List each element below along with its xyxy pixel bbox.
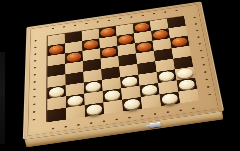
square-f7[interactable] <box>140 83 160 97</box>
square-e6[interactable] <box>120 75 139 89</box>
square-b6[interactable] <box>66 83 85 97</box>
square-g4[interactable] <box>154 48 173 61</box>
square-f8[interactable] <box>141 94 161 108</box>
white-piece-c6[interactable] <box>85 81 100 92</box>
square-a6[interactable] <box>47 85 65 99</box>
square-c8[interactable] <box>85 102 104 116</box>
square-d8[interactable] <box>103 100 123 114</box>
metal-clasp[interactable] <box>149 122 161 128</box>
white-piece-g8[interactable] <box>161 93 178 105</box>
frame-peg-dots-right <box>193 16 212 95</box>
white-piece-e8[interactable] <box>124 98 140 110</box>
white-piece-d7[interactable] <box>104 90 120 102</box>
square-d7[interactable] <box>103 88 122 102</box>
square-d6[interactable] <box>102 77 121 91</box>
square-a8[interactable] <box>47 108 66 122</box>
square-b5[interactable] <box>65 72 83 85</box>
perspective-wrapper <box>8 0 227 151</box>
square-g5[interactable] <box>155 59 175 72</box>
frame-peg-dots-left <box>32 39 37 120</box>
square-b7[interactable] <box>66 94 85 108</box>
square-h6[interactable] <box>175 67 195 81</box>
square-e4[interactable] <box>118 53 137 66</box>
square-c7[interactable] <box>84 91 103 105</box>
white-piece-h6[interactable] <box>177 68 194 79</box>
square-f5[interactable] <box>137 61 156 74</box>
white-piece-b7[interactable] <box>67 95 82 107</box>
white-piece-e6[interactable] <box>122 76 138 87</box>
checkers-board <box>23 1 224 139</box>
square-a5[interactable] <box>47 74 65 87</box>
white-piece-h7[interactable] <box>178 79 195 90</box>
white-piece-a6[interactable] <box>49 86 64 97</box>
square-h8[interactable] <box>178 89 199 103</box>
white-piece-f7[interactable] <box>141 84 157 95</box>
square-f4[interactable] <box>136 51 155 64</box>
square-h7[interactable] <box>177 78 198 92</box>
square-g8[interactable] <box>160 92 181 106</box>
white-piece-g6[interactable] <box>158 71 174 82</box>
square-d5[interactable] <box>101 66 120 79</box>
square-h5[interactable] <box>173 56 193 69</box>
square-e7[interactable] <box>121 86 141 100</box>
checkers-scene <box>0 0 240 151</box>
square-e8[interactable] <box>122 97 142 111</box>
square-a7[interactable] <box>47 96 66 110</box>
square-g6[interactable] <box>157 69 177 83</box>
square-g7[interactable] <box>158 80 178 94</box>
white-piece-c8[interactable] <box>86 104 102 116</box>
square-f6[interactable] <box>138 72 158 86</box>
square-h4[interactable] <box>172 46 192 59</box>
square-c6[interactable] <box>84 80 103 94</box>
square-c5[interactable] <box>83 69 102 82</box>
board-grid <box>46 16 198 122</box>
square-e5[interactable] <box>119 64 138 77</box>
square-b8[interactable] <box>66 105 85 119</box>
